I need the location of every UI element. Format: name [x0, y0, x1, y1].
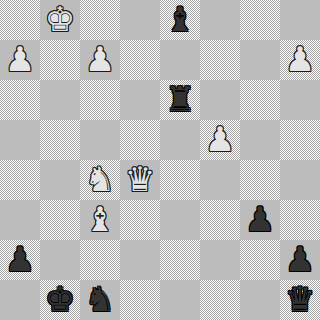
square-a7[interactable]: ♟ — [0, 40, 40, 80]
square-c7[interactable]: ♟ — [80, 40, 120, 80]
square-g5[interactable] — [240, 120, 280, 160]
square-e5[interactable] — [160, 120, 200, 160]
square-d1[interactable] — [120, 280, 160, 320]
square-f4[interactable] — [200, 160, 240, 200]
square-a1[interactable] — [0, 280, 40, 320]
black-queen[interactable]: ♛ — [285, 279, 315, 319]
square-f2[interactable] — [200, 240, 240, 280]
square-a4[interactable] — [0, 160, 40, 200]
square-f1[interactable] — [200, 280, 240, 320]
square-d7[interactable] — [120, 40, 160, 80]
square-a5[interactable] — [0, 120, 40, 160]
black-king[interactable]: ♚ — [45, 279, 75, 319]
black-pawn[interactable]: ♟ — [5, 239, 35, 279]
black-pawn[interactable]: ♟ — [285, 239, 315, 279]
square-e6[interactable]: ♜ — [160, 80, 200, 120]
square-d4[interactable]: ♛ — [120, 160, 160, 200]
square-g6[interactable] — [240, 80, 280, 120]
square-b3[interactable] — [40, 200, 80, 240]
square-h1[interactable]: ♛ — [280, 280, 320, 320]
square-h5[interactable] — [280, 120, 320, 160]
square-e2[interactable] — [160, 240, 200, 280]
square-h7[interactable]: ♟ — [280, 40, 320, 80]
square-e8[interactable]: ♝ — [160, 0, 200, 40]
square-b2[interactable] — [40, 240, 80, 280]
white-pawn[interactable]: ♟ — [205, 119, 235, 159]
square-a6[interactable] — [0, 80, 40, 120]
black-pawn[interactable]: ♟ — [245, 199, 275, 239]
black-knight[interactable]: ♞ — [85, 279, 115, 319]
white-queen[interactable]: ♛ — [125, 159, 155, 199]
white-pawn[interactable]: ♟ — [285, 39, 315, 79]
square-c4[interactable]: ♞ — [80, 160, 120, 200]
square-b6[interactable] — [40, 80, 80, 120]
square-f8[interactable] — [200, 0, 240, 40]
white-pawn[interactable]: ♟ — [5, 39, 35, 79]
square-b4[interactable] — [40, 160, 80, 200]
black-bishop[interactable]: ♝ — [165, 0, 195, 39]
square-g1[interactable] — [240, 280, 280, 320]
square-h2[interactable]: ♟ — [280, 240, 320, 280]
square-b1[interactable]: ♚ — [40, 280, 80, 320]
square-f5[interactable]: ♟ — [200, 120, 240, 160]
square-d5[interactable] — [120, 120, 160, 160]
white-pawn[interactable]: ♟ — [85, 39, 115, 79]
chess-board: ♚♝♟♟♟♜♟♞♛♝♟♟♟♚♞♛ — [0, 0, 320, 320]
square-c8[interactable] — [80, 0, 120, 40]
square-e4[interactable] — [160, 160, 200, 200]
square-c5[interactable] — [80, 120, 120, 160]
square-d2[interactable] — [120, 240, 160, 280]
square-f3[interactable] — [200, 200, 240, 240]
square-b5[interactable] — [40, 120, 80, 160]
square-g8[interactable] — [240, 0, 280, 40]
square-g4[interactable] — [240, 160, 280, 200]
square-g3[interactable]: ♟ — [240, 200, 280, 240]
white-king[interactable]: ♚ — [45, 0, 75, 39]
black-rook[interactable]: ♜ — [165, 79, 195, 119]
square-c2[interactable] — [80, 240, 120, 280]
square-g7[interactable] — [240, 40, 280, 80]
square-e7[interactable] — [160, 40, 200, 80]
square-a8[interactable] — [0, 0, 40, 40]
square-b8[interactable]: ♚ — [40, 0, 80, 40]
square-d8[interactable] — [120, 0, 160, 40]
square-f7[interactable] — [200, 40, 240, 80]
square-c6[interactable] — [80, 80, 120, 120]
square-c3[interactable]: ♝ — [80, 200, 120, 240]
square-f6[interactable] — [200, 80, 240, 120]
square-h6[interactable] — [280, 80, 320, 120]
square-a2[interactable]: ♟ — [0, 240, 40, 280]
square-g2[interactable] — [240, 240, 280, 280]
square-e3[interactable] — [160, 200, 200, 240]
square-h4[interactable] — [280, 160, 320, 200]
square-e1[interactable] — [160, 280, 200, 320]
white-knight[interactable]: ♞ — [85, 159, 115, 199]
square-d3[interactable] — [120, 200, 160, 240]
white-bishop[interactable]: ♝ — [85, 199, 115, 239]
square-d6[interactable] — [120, 80, 160, 120]
square-h3[interactable] — [280, 200, 320, 240]
square-b7[interactable] — [40, 40, 80, 80]
square-h8[interactable] — [280, 0, 320, 40]
square-c1[interactable]: ♞ — [80, 280, 120, 320]
square-a3[interactable] — [0, 200, 40, 240]
